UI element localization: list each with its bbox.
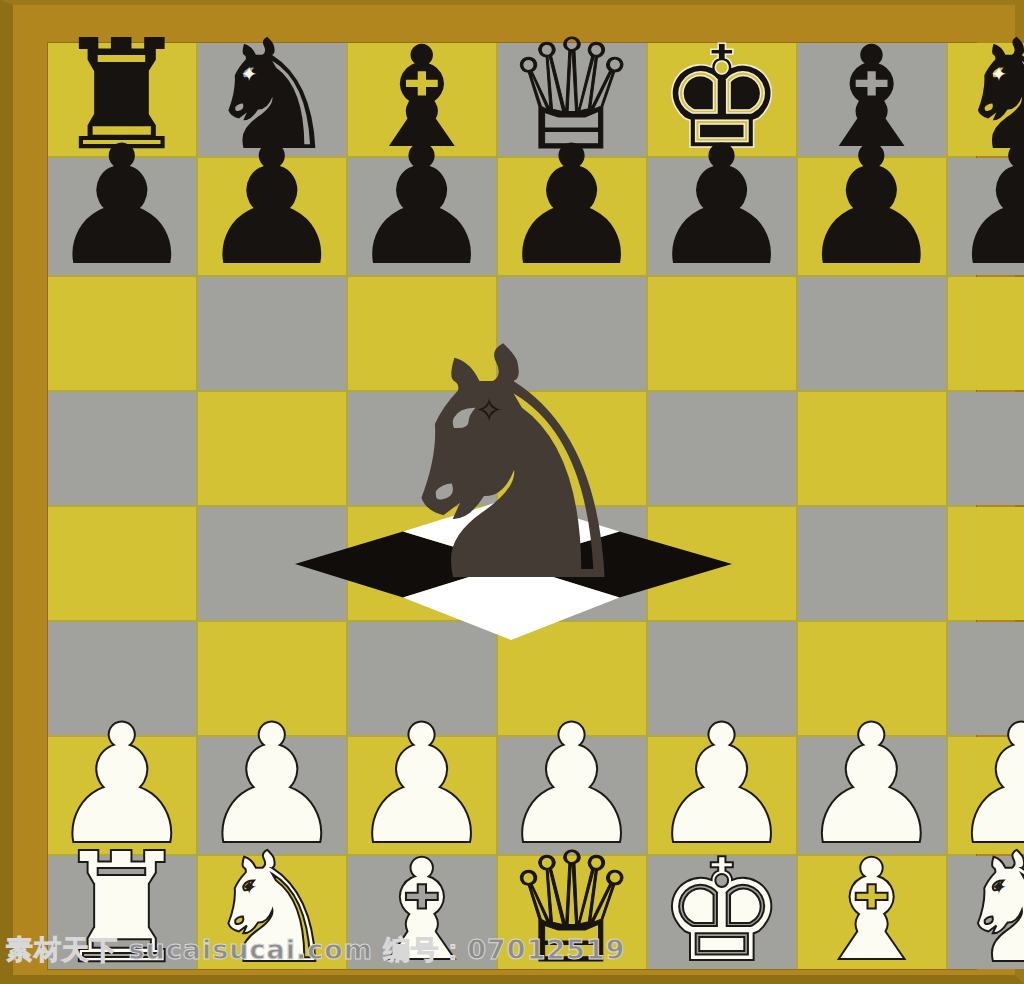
piece-black-pawn[interactable]: ♟ — [648, 150, 796, 263]
chessboard-illustration: ♜♞✦♝♕♚♝♞✦♜♟♟♟♟♟♟♟♟♟♟♟♟♟♟♟♟♜♞✦♝♕♚♝♞✦♜ ♞ ✧… — [0, 0, 1024, 984]
watermark-text: 素材天下 sucaisucai.com 编号：07012519 — [6, 932, 626, 968]
square-f4[interactable] — [798, 507, 946, 620]
square-f1[interactable]: ♝ — [798, 856, 946, 969]
piece-white-pawn[interactable]: ♟ — [648, 729, 796, 842]
square-e7[interactable]: ♟ — [648, 158, 796, 275]
sparkle-icon: ✦ — [241, 64, 258, 84]
piece-black-pawn[interactable]: ♟ — [198, 150, 346, 263]
square-e6[interactable] — [648, 277, 796, 390]
square-g7[interactable]: ♟ — [948, 158, 1024, 275]
square-g5[interactable] — [948, 392, 1024, 505]
square-a6[interactable] — [48, 277, 196, 390]
square-a7[interactable]: ♟ — [48, 158, 196, 275]
square-b5[interactable] — [198, 392, 346, 505]
square-d7[interactable]: ♟ — [498, 158, 646, 275]
square-e5[interactable] — [648, 392, 796, 505]
piece-black-pawn[interactable]: ♟ — [498, 150, 646, 263]
piece-white-king[interactable]: ♚ — [658, 854, 785, 967]
square-f6[interactable] — [798, 277, 946, 390]
square-g4[interactable] — [948, 507, 1024, 620]
piece-white-pawn[interactable]: ♟ — [348, 729, 496, 842]
square-f7[interactable]: ♟ — [798, 158, 946, 275]
piece-white-bishop[interactable]: ♝ — [809, 854, 935, 967]
square-e4[interactable] — [648, 507, 796, 620]
piece-white-knight[interactable]: ♞ — [953, 852, 1024, 965]
square-d6[interactable] — [498, 277, 646, 390]
piece-black-pawn[interactable]: ♟ — [948, 150, 1024, 263]
square-b4[interactable] — [198, 507, 346, 620]
square-f5[interactable] — [798, 392, 946, 505]
piece-black-pawn[interactable]: ♟ — [348, 150, 496, 263]
piece-white-pawn[interactable]: ♟ — [798, 729, 946, 842]
square-g6[interactable] — [948, 277, 1024, 390]
square-d5[interactable] — [498, 392, 646, 505]
sparkle-icon: ✦ — [990, 64, 1007, 84]
square-a4[interactable] — [48, 507, 196, 620]
piece-black-pawn[interactable]: ♟ — [48, 150, 196, 263]
square-c5[interactable] — [348, 392, 496, 505]
square-c4[interactable] — [348, 507, 496, 620]
sparkle-icon: ✦ — [241, 877, 258, 897]
chess-board: ♜♞✦♝♕♚♝♞✦♜♟♟♟♟♟♟♟♟♟♟♟♟♟♟♟♟♜♞✦♝♕♚♝♞✦♜ — [48, 43, 976, 969]
square-g1[interactable]: ♞✦ — [948, 856, 1024, 969]
square-b6[interactable] — [198, 277, 346, 390]
square-c7[interactable]: ♟ — [348, 158, 496, 275]
square-e1[interactable]: ♚ — [648, 856, 796, 969]
piece-black-pawn[interactable]: ♟ — [798, 150, 946, 263]
square-c6[interactable] — [348, 277, 496, 390]
square-d4[interactable] — [498, 507, 646, 620]
square-b7[interactable]: ♟ — [198, 158, 346, 275]
sparkle-icon: ✦ — [990, 877, 1007, 897]
square-a5[interactable] — [48, 392, 196, 505]
